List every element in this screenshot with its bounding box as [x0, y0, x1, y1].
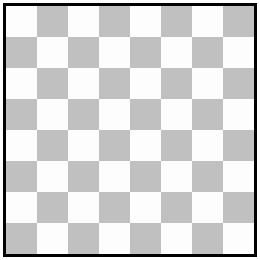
- square-e2[interactable]: [130, 192, 161, 223]
- square-e7[interactable]: [130, 37, 161, 68]
- square-c5[interactable]: [68, 99, 99, 130]
- square-c1[interactable]: [68, 223, 99, 254]
- chessboard-diagram: [0, 0, 260, 260]
- square-h3[interactable]: [223, 161, 254, 192]
- square-e6[interactable]: [130, 68, 161, 99]
- square-c3[interactable]: [68, 161, 99, 192]
- square-h4[interactable]: [223, 130, 254, 161]
- square-b2[interactable]: [37, 192, 68, 223]
- square-d8[interactable]: [99, 6, 130, 37]
- square-f7[interactable]: [161, 37, 192, 68]
- square-f2[interactable]: [161, 192, 192, 223]
- chess-board: [3, 3, 257, 257]
- square-e4[interactable]: [130, 130, 161, 161]
- square-g3[interactable]: [192, 161, 223, 192]
- square-h2[interactable]: [223, 192, 254, 223]
- square-a2[interactable]: [6, 192, 37, 223]
- square-f4[interactable]: [161, 130, 192, 161]
- square-a6[interactable]: [6, 68, 37, 99]
- square-e3[interactable]: [130, 161, 161, 192]
- square-d1[interactable]: [99, 223, 130, 254]
- square-a1[interactable]: [6, 223, 37, 254]
- square-c2[interactable]: [68, 192, 99, 223]
- square-g5[interactable]: [192, 99, 223, 130]
- square-h6[interactable]: [223, 68, 254, 99]
- square-h7[interactable]: [223, 37, 254, 68]
- square-f1[interactable]: [161, 223, 192, 254]
- square-f3[interactable]: [161, 161, 192, 192]
- square-g2[interactable]: [192, 192, 223, 223]
- square-d5[interactable]: [99, 99, 130, 130]
- square-g6[interactable]: [192, 68, 223, 99]
- square-g1[interactable]: [192, 223, 223, 254]
- square-g7[interactable]: [192, 37, 223, 68]
- square-b3[interactable]: [37, 161, 68, 192]
- square-b5[interactable]: [37, 99, 68, 130]
- square-h5[interactable]: [223, 99, 254, 130]
- square-h8[interactable]: [223, 6, 254, 37]
- square-b7[interactable]: [37, 37, 68, 68]
- square-d4[interactable]: [99, 130, 130, 161]
- square-b8[interactable]: [37, 6, 68, 37]
- square-b6[interactable]: [37, 68, 68, 99]
- square-g8[interactable]: [192, 6, 223, 37]
- square-a5[interactable]: [6, 99, 37, 130]
- square-a4[interactable]: [6, 130, 37, 161]
- square-d3[interactable]: [99, 161, 130, 192]
- square-c6[interactable]: [68, 68, 99, 99]
- square-d2[interactable]: [99, 192, 130, 223]
- square-c4[interactable]: [68, 130, 99, 161]
- square-e8[interactable]: [130, 6, 161, 37]
- square-f8[interactable]: [161, 6, 192, 37]
- square-d7[interactable]: [99, 37, 130, 68]
- square-a7[interactable]: [6, 37, 37, 68]
- square-e5[interactable]: [130, 99, 161, 130]
- square-b1[interactable]: [37, 223, 68, 254]
- square-c7[interactable]: [68, 37, 99, 68]
- square-f6[interactable]: [161, 68, 192, 99]
- square-e1[interactable]: [130, 223, 161, 254]
- square-f5[interactable]: [161, 99, 192, 130]
- square-c8[interactable]: [68, 6, 99, 37]
- square-a8[interactable]: [6, 6, 37, 37]
- square-a3[interactable]: [6, 161, 37, 192]
- square-d6[interactable]: [99, 68, 130, 99]
- square-h1[interactable]: [223, 223, 254, 254]
- square-g4[interactable]: [192, 130, 223, 161]
- square-b4[interactable]: [37, 130, 68, 161]
